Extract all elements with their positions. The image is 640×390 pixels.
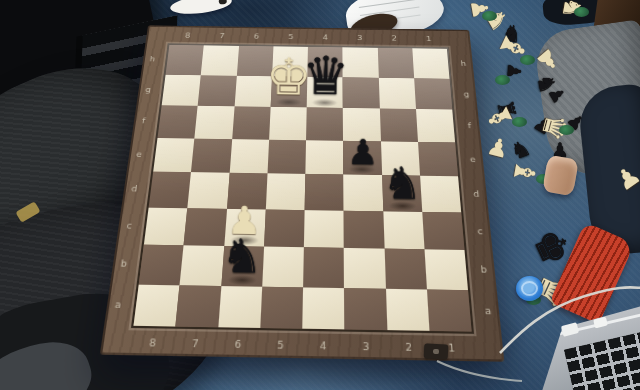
file-label-b: b	[479, 250, 489, 290]
square-f1[interactable]	[416, 109, 455, 142]
square-f7[interactable]	[195, 106, 235, 139]
rank-label-1: 1	[411, 35, 446, 43]
rank-label-8: 8	[131, 337, 175, 349]
file-label-f: f	[465, 110, 474, 143]
file-label-g: g	[462, 79, 471, 110]
square-e5[interactable]	[267, 139, 306, 174]
square-h7[interactable]	[201, 45, 239, 75]
square-c2[interactable]	[383, 211, 424, 249]
laptop-keyboard	[564, 326, 640, 390]
black-knight-piece[interactable]: ♞	[221, 233, 263, 280]
file-label-d: d	[472, 176, 482, 212]
square-b2[interactable]	[384, 249, 427, 289]
square-c1[interactable]	[422, 212, 464, 250]
square-b6[interactable]: ♞	[221, 246, 264, 286]
square-b8[interactable]	[139, 245, 184, 285]
square-f6[interactable]	[232, 106, 271, 139]
square-f2[interactable]	[379, 108, 417, 141]
square-f4[interactable]	[306, 107, 343, 140]
rank-label-3: 3	[343, 34, 378, 42]
square-h8[interactable]	[166, 45, 204, 75]
square-f5[interactable]	[269, 107, 307, 140]
file-label-g: g	[143, 74, 153, 105]
rank-label-4: 4	[302, 340, 345, 352]
square-c3[interactable]	[344, 210, 384, 248]
file-label-e: e	[468, 142, 477, 176]
square-b4[interactable]	[303, 247, 344, 287]
square-e3[interactable]: ♟	[343, 140, 381, 175]
rank-label-6: 6	[216, 338, 259, 350]
rank-label-2: 2	[377, 34, 412, 42]
rank-labels-bottom: 87654321	[131, 337, 474, 354]
square-g4[interactable]: ♛	[307, 76, 343, 108]
square-d4[interactable]	[305, 174, 344, 210]
square-d7[interactable]	[188, 172, 230, 208]
file-label-c: c	[124, 207, 135, 245]
square-b1[interactable]	[424, 249, 468, 289]
rank-label-5: 5	[274, 33, 309, 41]
file-label-b: b	[118, 244, 130, 284]
file-label-a: a	[112, 284, 124, 326]
square-a1[interactable]	[427, 289, 472, 332]
square-f8[interactable]	[158, 105, 198, 138]
rank-label-7: 7	[205, 32, 240, 40]
square-a4[interactable]	[302, 287, 344, 330]
file-label-h: h	[459, 49, 467, 79]
rank-label-3: 3	[345, 341, 388, 353]
square-d5[interactable]	[266, 173, 306, 209]
square-c7[interactable]	[184, 208, 227, 246]
board-frame: 87654321 87654321 hgfedcba hgfedcba ♚♛♟♞…	[100, 25, 505, 361]
square-d3[interactable]	[343, 174, 382, 210]
square-a7[interactable]	[176, 285, 221, 327]
square-a6[interactable]	[218, 286, 262, 328]
square-b3[interactable]	[344, 248, 385, 288]
rank-labels-top: 87654321	[170, 32, 446, 43]
black-knight-piece[interactable]: ♞	[382, 161, 422, 206]
square-b5[interactable]	[262, 247, 304, 287]
file-label-f: f	[139, 105, 149, 137]
black-queen-piece[interactable]: ♛	[301, 50, 349, 103]
square-e4[interactable]	[305, 140, 343, 175]
board-grid: ♚♛♟♞♟♞	[134, 45, 472, 332]
square-d8[interactable]	[149, 172, 192, 208]
square-a2[interactable]	[385, 288, 429, 331]
file-label-c: c	[475, 212, 485, 250]
file-label-d: d	[129, 171, 140, 207]
rank-label-4: 4	[308, 33, 343, 41]
file-label-e: e	[134, 137, 144, 171]
black-pawn-piece[interactable]: ♟	[347, 134, 379, 169]
square-a3[interactable]	[344, 288, 387, 331]
square-g7[interactable]	[198, 75, 237, 106]
square-g2[interactable]	[378, 77, 415, 109]
square-e1[interactable]	[418, 142, 458, 177]
rank-label-6: 6	[239, 33, 274, 41]
square-b7[interactable]	[180, 245, 224, 285]
board-3d: 87654321 87654321 hgfedcba hgfedcba ♚♛♟♞…	[100, 25, 505, 361]
blue-bottle-cap	[516, 276, 543, 301]
square-g1[interactable]	[414, 78, 452, 110]
square-a5[interactable]	[260, 286, 303, 328]
file-label-a: a	[483, 290, 494, 332]
square-e8[interactable]	[153, 138, 194, 173]
square-e7[interactable]	[191, 138, 232, 173]
rank-label-8: 8	[170, 32, 205, 40]
chess-board: 87654321 87654321 hgfedcba hgfedcba ♚♛♟♞…	[131, 0, 481, 358]
square-c8[interactable]	[144, 207, 188, 245]
square-g8[interactable]	[162, 74, 201, 105]
square-h1[interactable]	[412, 48, 449, 78]
rank-label-7: 7	[173, 338, 217, 350]
board-clasp	[424, 343, 449, 359]
table-scene: 87654321 87654321 hgfedcba hgfedcba ♚♛♟♞…	[0, 0, 640, 390]
square-a8[interactable]	[134, 284, 180, 326]
square-c5[interactable]	[264, 209, 305, 247]
square-e6[interactable]	[229, 139, 269, 174]
square-d1[interactable]	[420, 176, 461, 212]
rank-label-5: 5	[259, 339, 302, 351]
file-label-h: h	[148, 45, 157, 75]
square-d2[interactable]: ♞	[382, 175, 422, 211]
square-c4[interactable]	[304, 210, 344, 248]
square-h2[interactable]	[377, 48, 414, 78]
